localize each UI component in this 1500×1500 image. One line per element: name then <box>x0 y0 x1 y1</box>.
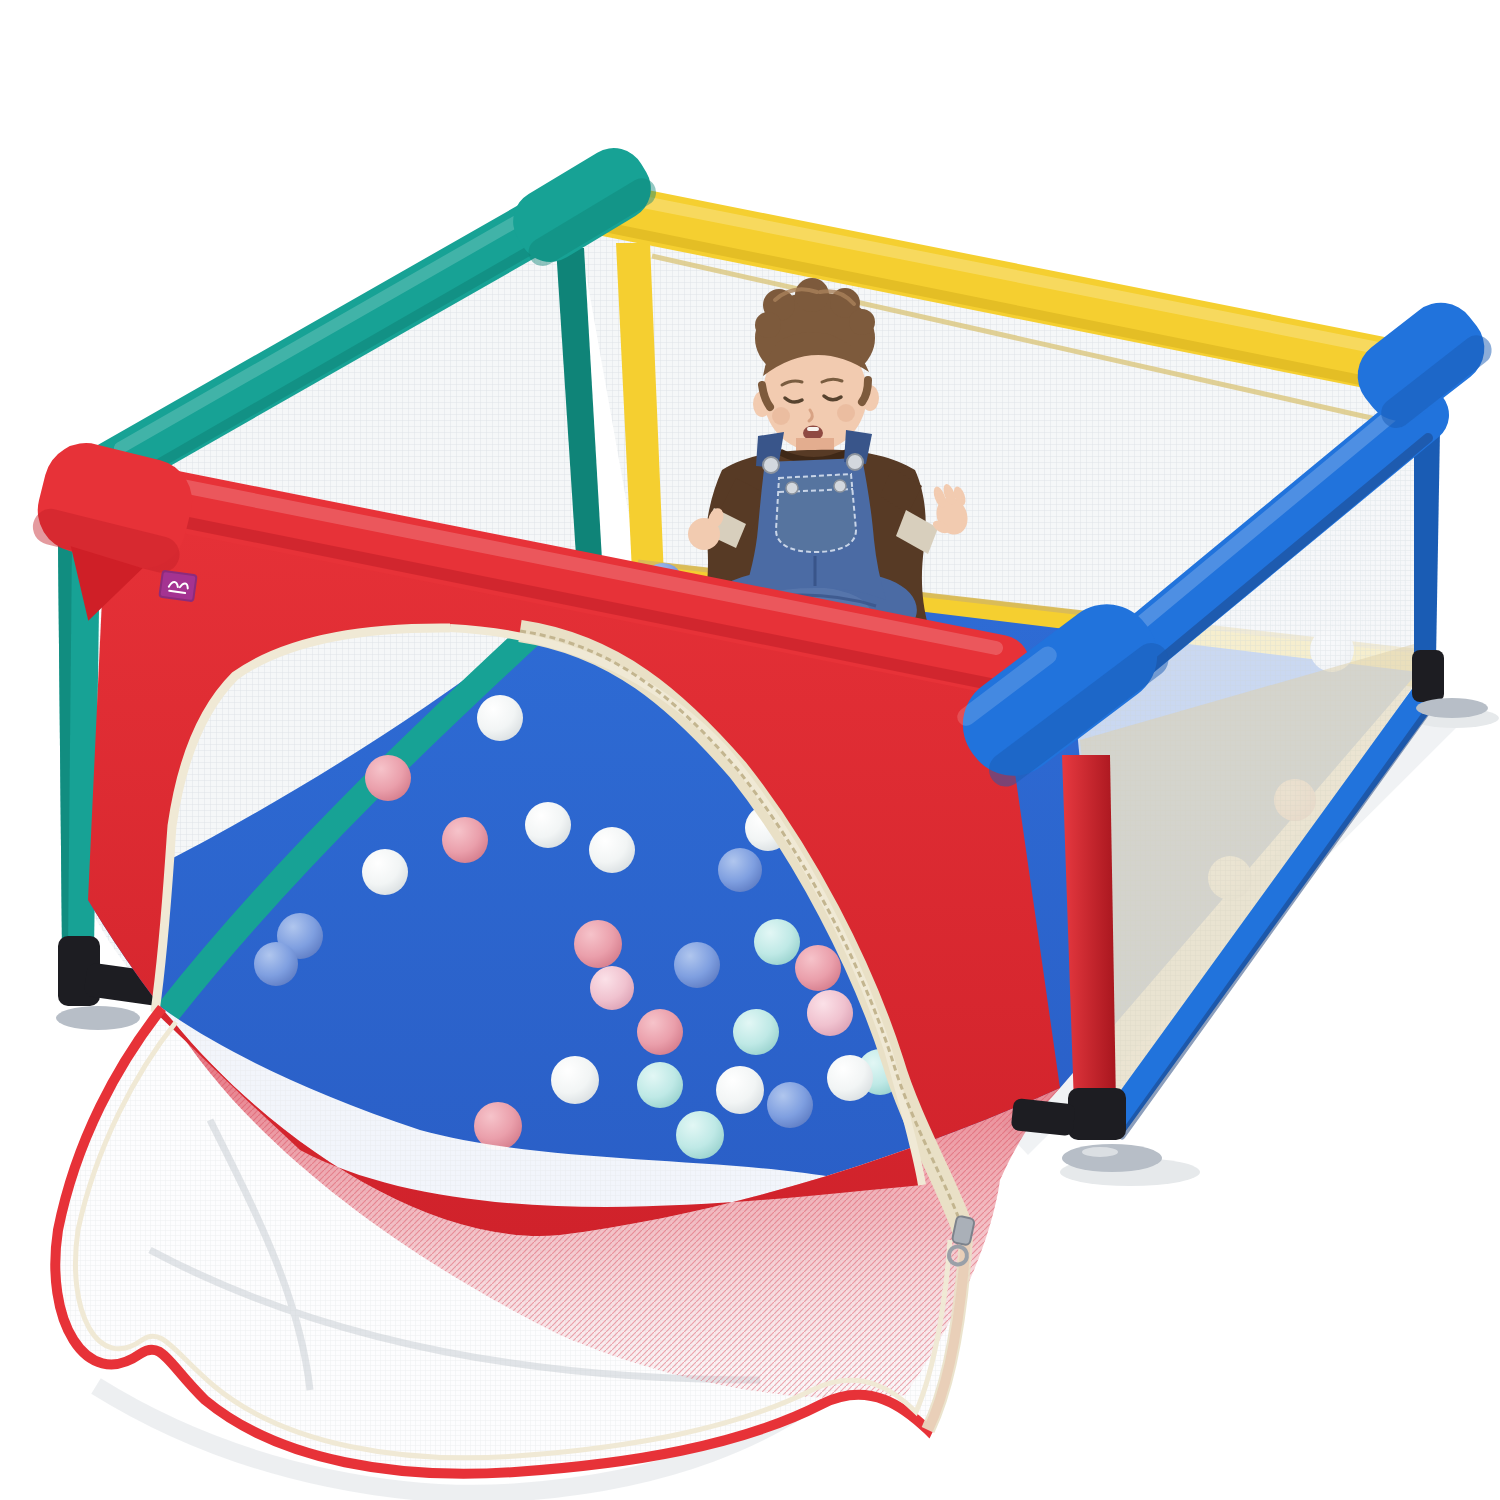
right-suction-pad <box>1416 698 1488 718</box>
suction-cup-highlight <box>1082 1147 1118 1157</box>
left-suction-cup <box>56 1006 140 1030</box>
play-ball-pink <box>442 817 488 863</box>
play-ball-white <box>525 802 571 848</box>
play-ball-blue <box>718 848 762 892</box>
play-ball-pink <box>637 1009 683 1055</box>
hair-curl <box>755 312 781 338</box>
play-ball-blue <box>767 1082 813 1128</box>
cheek <box>837 404 855 422</box>
play-ball-lpink <box>590 966 634 1010</box>
right-foot-clip <box>1412 650 1444 702</box>
play-ball-mint <box>733 1009 779 1055</box>
play-ball-white <box>362 849 408 895</box>
right-corner-post <box>1414 430 1440 660</box>
brand-tag <box>159 571 196 601</box>
play-ball-white <box>589 827 635 873</box>
play-ball-white <box>827 1055 873 1101</box>
play-ball-white <box>477 695 523 741</box>
strap-button <box>847 454 863 470</box>
front-foot-elbow <box>1068 1088 1126 1140</box>
hair-curl <box>849 309 875 335</box>
play-ball-blue <box>674 942 720 988</box>
play-ball-blue <box>254 942 298 986</box>
play-ball-pink <box>795 945 841 991</box>
product-photo-playpen: Toddler in brown shirt and denim overall… <box>0 0 1500 1500</box>
cheek <box>772 407 790 425</box>
play-ball-mint <box>676 1111 724 1159</box>
play-ball-lpink <box>807 990 853 1036</box>
play-ball-white <box>551 1056 599 1104</box>
pocket-button <box>786 482 798 494</box>
pocket-button <box>834 480 846 492</box>
play-ball-mint <box>637 1062 683 1108</box>
strap-button <box>763 457 779 473</box>
hair-curl <box>795 278 829 312</box>
front-suction-cup <box>1062 1144 1162 1172</box>
play-ball-pink <box>574 920 622 968</box>
play-ball-pink <box>365 755 411 801</box>
play-ball-white <box>716 1066 764 1114</box>
play-ball-pink <box>474 1102 522 1150</box>
playpen-scene <box>0 0 1500 1500</box>
teeth <box>807 427 819 431</box>
play-ball-mint <box>754 919 800 965</box>
front-foot-pipe <box>1011 1098 1076 1136</box>
